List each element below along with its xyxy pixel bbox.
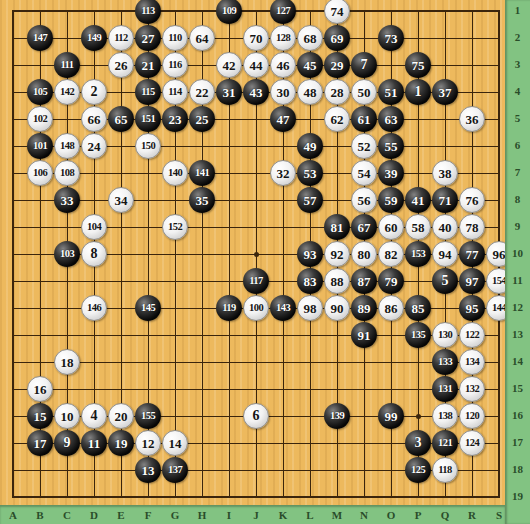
stone-move-number: 95 <box>466 302 479 315</box>
row-label-16: 16 <box>505 409 530 421</box>
stone-move-number: 43 <box>250 86 263 99</box>
stone-108: 108 <box>54 160 80 186</box>
stone-85: 85 <box>405 295 431 321</box>
stone-move-number: 53 <box>304 167 317 180</box>
stone-47: 47 <box>270 106 296 132</box>
stone-140: 140 <box>162 160 188 186</box>
stone-51: 51 <box>378 79 404 105</box>
stone-116: 116 <box>162 52 188 78</box>
stone-128: 128 <box>270 25 296 51</box>
stone-18: 18 <box>54 349 80 375</box>
stone-81: 81 <box>324 214 350 240</box>
stone-move-number: 81 <box>331 221 344 234</box>
column-label-E: E <box>111 509 131 521</box>
stone-move-number: 48 <box>304 86 317 99</box>
stone-28: 28 <box>324 79 350 105</box>
stone-12: 12 <box>135 430 161 456</box>
stone-46: 46 <box>270 52 296 78</box>
stone-42: 42 <box>216 52 242 78</box>
stone-move-number: 61 <box>358 113 371 126</box>
stone-move-number: 1 <box>415 85 422 99</box>
stone-9: 9 <box>54 430 80 456</box>
stone-6: 6 <box>243 403 269 429</box>
stone-move-number: 83 <box>304 275 317 288</box>
stone-move-number: 100 <box>249 303 263 314</box>
stone-move-number: 115 <box>141 87 155 98</box>
stone-150: 150 <box>135 133 161 159</box>
row-label-8: 8 <box>505 193 530 205</box>
stone-move-number: 114 <box>168 87 182 98</box>
stone-121: 121 <box>432 430 458 456</box>
stone-move-number: 21 <box>142 59 155 72</box>
stone-71: 71 <box>432 187 458 213</box>
stone-148: 148 <box>54 133 80 159</box>
row-label-13: 13 <box>505 328 530 340</box>
stone-move-number: 9 <box>64 436 71 450</box>
row-label-11: 11 <box>505 274 530 286</box>
stone-move-number: 87 <box>358 275 371 288</box>
stone-move-number: 82 <box>385 248 398 261</box>
row-label-19: 19 <box>505 490 530 502</box>
stone-17: 17 <box>27 430 53 456</box>
stone-149: 149 <box>81 25 107 51</box>
stone-14: 14 <box>162 430 188 456</box>
stone-27: 27 <box>135 25 161 51</box>
stone-move-number: 16 <box>34 383 47 396</box>
stone-91: 91 <box>351 322 377 348</box>
column-label-Q: Q <box>435 509 455 521</box>
stone-move-number: 110 <box>168 33 182 44</box>
stone-10: 10 <box>54 403 80 429</box>
stone-move-number: 51 <box>385 86 398 99</box>
stone-132: 132 <box>459 376 485 402</box>
stone-83: 83 <box>297 268 323 294</box>
stone-2: 2 <box>81 79 107 105</box>
stone-move-number: 142 <box>60 87 74 98</box>
stone-move-number: 124 <box>465 438 479 449</box>
column-label-J: J <box>246 509 266 521</box>
stone-100: 100 <box>243 295 269 321</box>
stone-145: 145 <box>135 295 161 321</box>
grid-line-horizontal <box>12 362 500 363</box>
stone-move-number: 101 <box>33 141 47 152</box>
column-label-A: A <box>3 509 23 521</box>
stone-105: 105 <box>27 79 53 105</box>
star-point <box>416 414 421 419</box>
stone-76: 76 <box>459 187 485 213</box>
row-label-2: 2 <box>505 31 530 43</box>
column-label-K: K <box>273 509 293 521</box>
row-label-17: 17 <box>505 436 530 448</box>
stone-99: 99 <box>378 403 404 429</box>
stone-move-number: 56 <box>358 194 371 207</box>
stone-73: 73 <box>378 25 404 51</box>
column-label-S: S <box>489 509 509 521</box>
stone-110: 110 <box>162 25 188 51</box>
stone-move-number: 88 <box>331 275 344 288</box>
stone-117: 117 <box>243 268 269 294</box>
stone-move-number: 55 <box>385 140 398 153</box>
stone-94: 94 <box>432 241 458 267</box>
stone-move-number: 144 <box>492 303 506 314</box>
column-label-C: C <box>57 509 77 521</box>
stone-move-number: 117 <box>249 276 263 287</box>
stone-143: 143 <box>270 295 296 321</box>
stone-move-number: 108 <box>60 168 74 179</box>
stone-move-number: 98 <box>304 302 317 315</box>
column-label-P: P <box>408 509 428 521</box>
stone-135: 135 <box>405 322 431 348</box>
stone-8: 8 <box>81 241 107 267</box>
stone-move-number: 63 <box>385 113 398 126</box>
stone-move-number: 141 <box>195 168 209 179</box>
stone-move-number: 37 <box>439 86 452 99</box>
stone-move-number: 111 <box>60 60 73 71</box>
stone-37: 37 <box>432 79 458 105</box>
stone-115: 115 <box>135 79 161 105</box>
stone-39: 39 <box>378 160 404 186</box>
stone-move-number: 151 <box>141 114 155 125</box>
stone-move-number: 145 <box>141 303 155 314</box>
stone-79: 79 <box>378 268 404 294</box>
stone-move-number: 86 <box>385 302 398 315</box>
stone-93: 93 <box>297 241 323 267</box>
stone-48: 48 <box>297 79 323 105</box>
stone-move-number: 24 <box>88 140 101 153</box>
stone-131: 131 <box>432 376 458 402</box>
stone-move-number: 69 <box>331 32 344 45</box>
stone-move-number: 94 <box>439 248 452 261</box>
go-board-screen: 1234567891011121314151617181920212223242… <box>0 0 530 524</box>
stone-102: 102 <box>27 106 53 132</box>
stone-92: 92 <box>324 241 350 267</box>
stone-120: 120 <box>459 403 485 429</box>
stone-52: 52 <box>351 133 377 159</box>
stone-147: 147 <box>27 25 53 51</box>
row-label-4: 4 <box>505 85 530 97</box>
grid-line-horizontal <box>12 496 500 498</box>
stone-move-number: 135 <box>411 330 425 341</box>
stone-141: 141 <box>189 160 215 186</box>
stone-move-number: 143 <box>276 303 290 314</box>
stone-move-number: 13 <box>142 464 155 477</box>
stone-move-number: 77 <box>466 248 479 261</box>
grid-line-horizontal <box>12 389 500 390</box>
stone-move-number: 32 <box>277 167 290 180</box>
stone-move-number: 10 <box>61 410 74 423</box>
stone-95: 95 <box>459 295 485 321</box>
stone-134: 134 <box>459 349 485 375</box>
stone-58: 58 <box>405 214 431 240</box>
stone-130: 130 <box>432 322 458 348</box>
stone-move-number: 71 <box>439 194 452 207</box>
stone-104: 104 <box>81 214 107 240</box>
stone-move-number: 102 <box>33 114 47 125</box>
stone-move-number: 79 <box>385 275 398 288</box>
stone-move-number: 103 <box>60 249 74 260</box>
stone-45: 45 <box>297 52 323 78</box>
stone-88: 88 <box>324 268 350 294</box>
stone-move-number: 109 <box>222 6 236 17</box>
stone-move-number: 67 <box>358 221 371 234</box>
stone-33: 33 <box>54 187 80 213</box>
stone-move-number: 19 <box>115 437 128 450</box>
stone-move-number: 44 <box>250 59 263 72</box>
stone-31: 31 <box>216 79 242 105</box>
stone-move-number: 12 <box>142 437 155 450</box>
stone-move-number: 39 <box>385 167 398 180</box>
row-label-15: 15 <box>505 382 530 394</box>
stone-move-number: 41 <box>412 194 425 207</box>
stone-62: 62 <box>324 106 350 132</box>
column-label-D: D <box>84 509 104 521</box>
stone-move-number: 138 <box>438 411 452 422</box>
stone-34: 34 <box>108 187 134 213</box>
stone-36: 36 <box>459 106 485 132</box>
stone-move-number: 127 <box>276 6 290 17</box>
stone-move-number: 104 <box>87 222 101 233</box>
stone-move-number: 113 <box>141 6 155 17</box>
stone-22: 22 <box>189 79 215 105</box>
stone-move-number: 92 <box>331 248 344 261</box>
row-label-12: 12 <box>505 301 530 313</box>
stone-move-number: 149 <box>87 33 101 44</box>
stone-move-number: 64 <box>196 32 209 45</box>
stone-44: 44 <box>243 52 269 78</box>
stone-move-number: 122 <box>465 330 479 341</box>
stone-75: 75 <box>405 52 431 78</box>
stone-move-number: 130 <box>438 330 452 341</box>
stone-move-number: 45 <box>304 59 317 72</box>
stone-move-number: 47 <box>277 113 290 126</box>
stone-61: 61 <box>351 106 377 132</box>
stone-146: 146 <box>81 295 107 321</box>
stone-90: 90 <box>324 295 350 321</box>
stone-56: 56 <box>351 187 377 213</box>
stone-move-number: 29 <box>331 59 344 72</box>
stone-move-number: 152 <box>168 222 182 233</box>
stone-41: 41 <box>405 187 431 213</box>
stone-5: 5 <box>432 268 458 294</box>
stone-move-number: 38 <box>439 167 452 180</box>
stone-move-number: 134 <box>465 357 479 368</box>
stone-15: 15 <box>27 403 53 429</box>
stone-119: 119 <box>216 295 242 321</box>
stone-70: 70 <box>243 25 269 51</box>
column-label-I: I <box>219 509 239 521</box>
stone-98: 98 <box>297 295 323 321</box>
stone-move-number: 96 <box>493 248 506 261</box>
stone-49: 49 <box>297 133 323 159</box>
stone-move-number: 49 <box>304 140 317 153</box>
column-label-M: M <box>327 509 347 521</box>
stone-move-number: 20 <box>115 410 128 423</box>
star-point <box>254 252 259 257</box>
stone-move-number: 11 <box>88 437 100 450</box>
row-label-6: 6 <box>505 139 530 151</box>
stone-move-number: 23 <box>169 113 182 126</box>
column-label-F: F <box>138 509 158 521</box>
column-label-G: G <box>165 509 185 521</box>
stone-38: 38 <box>432 160 458 186</box>
stone-move-number: 62 <box>331 113 344 126</box>
stone-move-number: 118 <box>438 465 452 476</box>
row-label-9: 9 <box>505 220 530 232</box>
row-label-7: 7 <box>505 166 530 178</box>
stone-122: 122 <box>459 322 485 348</box>
stone-move-number: 14 <box>169 437 182 450</box>
stone-move-number: 35 <box>196 194 209 207</box>
stone-move-number: 18 <box>61 356 74 369</box>
stone-move-number: 33 <box>61 194 74 207</box>
stone-67: 67 <box>351 214 377 240</box>
column-label-N: N <box>354 509 374 521</box>
stone-move-number: 74 <box>331 5 344 18</box>
stone-152: 152 <box>162 214 188 240</box>
stone-11: 11 <box>81 430 107 456</box>
row-label-14: 14 <box>505 355 530 367</box>
column-label-H: H <box>192 509 212 521</box>
stone-move-number: 52 <box>358 140 371 153</box>
stone-move-number: 85 <box>412 302 425 315</box>
stone-move-number: 128 <box>276 33 290 44</box>
stone-move-number: 22 <box>196 86 209 99</box>
column-label-R: R <box>462 509 482 521</box>
stone-move-number: 116 <box>168 60 182 71</box>
stone-move-number: 26 <box>115 59 128 72</box>
stone-move-number: 2 <box>91 85 98 99</box>
stone-106: 106 <box>27 160 53 186</box>
column-label-L: L <box>300 509 320 521</box>
stone-68: 68 <box>297 25 323 51</box>
stone-move-number: 5 <box>442 274 449 288</box>
stone-move-number: 154 <box>492 276 506 287</box>
stone-65: 65 <box>108 106 134 132</box>
stone-80: 80 <box>351 241 377 267</box>
stone-55: 55 <box>378 133 404 159</box>
stone-155: 155 <box>135 403 161 429</box>
stone-move-number: 40 <box>439 221 452 234</box>
stone-move-number: 97 <box>466 275 479 288</box>
stone-move-number: 70 <box>250 32 263 45</box>
row-label-3: 3 <box>505 58 530 70</box>
stone-move-number: 146 <box>87 303 101 314</box>
stone-move-number: 139 <box>330 411 344 422</box>
stone-139: 139 <box>324 403 350 429</box>
stone-move-number: 66 <box>88 113 101 126</box>
stone-24: 24 <box>81 133 107 159</box>
stone-move-number: 42 <box>223 59 236 72</box>
stone-16: 16 <box>27 376 53 402</box>
stone-move-number: 68 <box>304 32 317 45</box>
stone-move-number: 121 <box>438 438 452 449</box>
row-label-1: 1 <box>505 4 530 16</box>
stone-move-number: 91 <box>358 329 371 342</box>
stone-32: 32 <box>270 160 296 186</box>
stone-move-number: 36 <box>466 113 479 126</box>
stone-142: 142 <box>54 79 80 105</box>
stone-112: 112 <box>108 25 134 51</box>
stone-133: 133 <box>432 349 458 375</box>
stone-move-number: 25 <box>196 113 209 126</box>
stone-111: 111 <box>54 52 80 78</box>
stone-move-number: 27 <box>142 32 155 45</box>
stone-move-number: 105 <box>33 87 47 98</box>
stone-move-number: 31 <box>223 86 236 99</box>
stone-move-number: 46 <box>277 59 290 72</box>
stone-move-number: 65 <box>115 113 128 126</box>
stone-35: 35 <box>189 187 215 213</box>
stone-101: 101 <box>27 133 53 159</box>
stone-move-number: 93 <box>304 248 317 261</box>
stone-66: 66 <box>81 106 107 132</box>
stone-125: 125 <box>405 457 431 483</box>
stone-87: 87 <box>351 268 377 294</box>
stone-50: 50 <box>351 79 377 105</box>
stone-4: 4 <box>81 403 107 429</box>
stone-move-number: 106 <box>33 168 47 179</box>
stone-40: 40 <box>432 214 458 240</box>
stone-move-number: 89 <box>358 302 371 315</box>
stone-move-number: 7 <box>361 58 368 72</box>
stone-move-number: 76 <box>466 194 479 207</box>
row-label-10: 10 <box>505 247 530 259</box>
stone-86: 86 <box>378 295 404 321</box>
stone-move-number: 60 <box>385 221 398 234</box>
stone-64: 64 <box>189 25 215 51</box>
stone-118: 118 <box>432 457 458 483</box>
stone-move-number: 131 <box>438 384 452 395</box>
stone-124: 124 <box>459 430 485 456</box>
stone-63: 63 <box>378 106 404 132</box>
stone-move-number: 4 <box>91 409 98 423</box>
stone-114: 114 <box>162 79 188 105</box>
stone-move-number: 140 <box>168 168 182 179</box>
stone-move-number: 57 <box>304 194 317 207</box>
stone-move-number: 15 <box>34 410 47 423</box>
stone-move-number: 132 <box>465 384 479 395</box>
stone-23: 23 <box>162 106 188 132</box>
stone-13: 13 <box>135 457 161 483</box>
stone-53: 53 <box>297 160 323 186</box>
stone-move-number: 155 <box>141 411 155 422</box>
stone-1: 1 <box>405 79 431 105</box>
stone-move-number: 99 <box>385 410 398 423</box>
stone-move-number: 137 <box>168 465 182 476</box>
stone-20: 20 <box>108 403 134 429</box>
stone-move-number: 125 <box>411 465 425 476</box>
stone-move-number: 58 <box>412 221 425 234</box>
row-label-18: 18 <box>505 463 530 475</box>
stone-move-number: 28 <box>331 86 344 99</box>
stone-82: 82 <box>378 241 404 267</box>
stone-151: 151 <box>135 106 161 132</box>
stone-3: 3 <box>405 430 431 456</box>
stone-30: 30 <box>270 79 296 105</box>
stone-move-number: 75 <box>412 59 425 72</box>
stone-69: 69 <box>324 25 350 51</box>
stone-move-number: 112 <box>114 33 128 44</box>
stone-43: 43 <box>243 79 269 105</box>
stone-move-number: 153 <box>411 249 425 260</box>
stone-move-number: 120 <box>465 411 479 422</box>
stone-57: 57 <box>297 187 323 213</box>
stone-move-number: 3 <box>415 436 422 450</box>
column-label-O: O <box>381 509 401 521</box>
stone-move-number: 54 <box>358 167 371 180</box>
stone-103: 103 <box>54 241 80 267</box>
stone-138: 138 <box>432 403 458 429</box>
